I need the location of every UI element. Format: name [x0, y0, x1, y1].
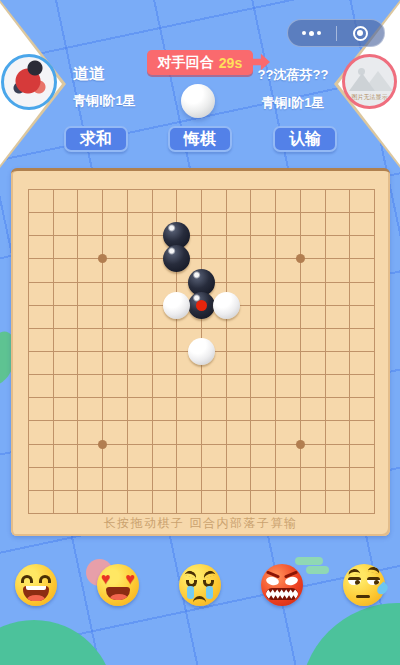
player-right-avatar[interactable]: 图片无法显示 — [342, 54, 397, 109]
flat-mouth-icon — [356, 595, 370, 598]
frown-mouth-icon — [193, 596, 206, 603]
more-dots-icon — [317, 31, 321, 35]
emote-unamused-button[interactable] — [343, 564, 385, 606]
white-stone[interactable] — [213, 292, 240, 319]
placeholder-text: 图片无法显示 — [345, 93, 394, 102]
raised-brow-icon — [348, 568, 361, 576]
white-stone-turn-indicator — [181, 84, 215, 118]
heart-eye-icon: ♥ — [126, 571, 136, 587]
emote-bar: ♥ ♥ — [15, 564, 385, 608]
star-point — [98, 440, 107, 449]
request-draw-button[interactable]: 求和 — [64, 126, 128, 152]
star-point — [296, 440, 305, 449]
black-stone[interactable] — [163, 245, 190, 272]
board-hint-text: 长按拖动棋子 回合内部落子算输 — [11, 515, 390, 532]
tear-icon — [206, 586, 213, 599]
unamused-eye-icon — [348, 577, 361, 585]
laughing-mouth-icon — [23, 586, 49, 601]
gomoku-game-screen: 道道 青铜I阶1星 图片无法显示 ??沈蓓芬?? 青铜I阶1星 对手回合 29s… — [0, 0, 400, 665]
player-right-name: ??沈蓓芬?? — [238, 66, 348, 84]
resign-button[interactable]: 认输 — [273, 126, 337, 152]
capsule-exit-button[interactable] — [337, 20, 385, 46]
capsule-more-button[interactable] — [288, 20, 336, 46]
teeth-mouth-icon — [266, 588, 298, 600]
more-dots-icon — [309, 31, 314, 36]
teal-circle-decoration — [300, 603, 400, 665]
wechat-capsule — [287, 19, 385, 47]
board-grid[interactable] — [28, 189, 375, 514]
unamused-eye-icon — [367, 577, 380, 585]
teal-circle-decoration — [0, 620, 114, 665]
raised-brow-icon — [367, 566, 380, 575]
undo-move-button[interactable]: 悔棋 — [168, 126, 232, 152]
last-move-marker — [196, 300, 207, 311]
star-point — [98, 254, 107, 263]
tear-icon — [187, 586, 194, 599]
emote-laughing-button[interactable] — [15, 564, 57, 606]
turn-timer-seconds: 29s — [219, 55, 242, 71]
emote-heart-eyes-button[interactable]: ♥ ♥ — [97, 564, 139, 606]
player-left-avatar[interactable] — [1, 54, 57, 110]
star-point — [296, 254, 305, 263]
turn-timer-label: 对手回合 — [158, 54, 214, 72]
smile-mouth-icon — [106, 587, 130, 600]
white-stone[interactable] — [163, 292, 190, 319]
player-left-name: 道道 — [73, 64, 105, 85]
laughing-eye-icon — [39, 575, 51, 583]
emote-crying-button[interactable] — [179, 564, 221, 606]
heart-eye-icon: ♥ — [101, 571, 111, 587]
exit-circle-icon — [353, 26, 368, 41]
black-stone[interactable] — [188, 292, 215, 319]
turn-timer-bubble: 对手回合 29s — [147, 50, 253, 75]
sad-brow-icon — [184, 569, 197, 578]
white-stone[interactable] — [188, 338, 215, 365]
gomoku-board[interactable]: 长按拖动棋子 回合内部落子算输 — [11, 168, 390, 536]
player-right-rank: 青铜I阶1星 — [238, 94, 348, 112]
emote-angry-button[interactable] — [261, 564, 303, 606]
player-left-rank: 青铜I阶1星 — [73, 92, 136, 110]
laughing-eye-icon — [21, 575, 33, 583]
more-dots-icon — [302, 31, 306, 35]
sad-brow-icon — [202, 569, 215, 578]
